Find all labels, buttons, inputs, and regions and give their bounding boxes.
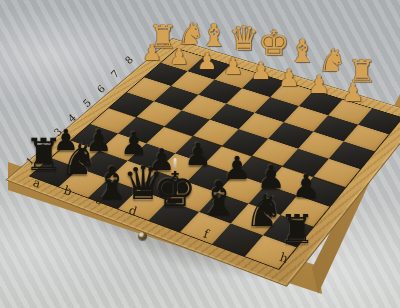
piece-light-pawn-e7: ♟ <box>250 59 272 83</box>
piece-dark-rook-a1: ♜ <box>24 133 63 177</box>
piece-dark-pawn-c2: ♟ <box>120 128 148 159</box>
piece-light-pawn-c7: ♟ <box>197 50 218 73</box>
piece-light-pawn-d7: ♟ <box>223 55 244 78</box>
piece-light-queen-d8: ♛ <box>229 21 259 55</box>
piece-dark-bishop-f1: ♝ <box>198 175 239 221</box>
piece-dark-knight-g1: ♞ <box>244 189 283 233</box>
pieces-layer: ♜♞♝♛♚♝♞♜♟♟♟♟♟♟♟♟♜♞♝♛♚♝♞♜♟♟♟♟♟♟♟♟ <box>0 0 400 308</box>
piece-light-pawn-f7: ♟ <box>278 66 300 90</box>
piece-light-pawn-b7: ♟ <box>169 46 189 68</box>
piece-dark-rook-h1: ♜ <box>279 209 315 249</box>
piece-light-pawn-h7: ♟ <box>342 80 364 105</box>
piece-light-bishop-c8: ♝ <box>200 20 228 51</box>
piece-light-pawn-a7: ♟ <box>142 42 162 64</box>
piece-light-bishop-f8: ♝ <box>288 35 317 67</box>
king-finial <box>173 158 176 168</box>
piece-dark-king-e1: ♚ <box>153 165 196 213</box>
piece-light-pawn-g7: ♟ <box>308 72 330 97</box>
piece-light-king-e8: ♚ <box>258 26 289 61</box>
chess-photo-scene: abcdefgh87654321 ♜♞♝♛♚♝♞♜♟♟♟♟♟♟♟♟♜♞♝♛♚♝♞… <box>0 0 400 308</box>
piece-dark-pawn-h2: ♟ <box>292 170 321 202</box>
